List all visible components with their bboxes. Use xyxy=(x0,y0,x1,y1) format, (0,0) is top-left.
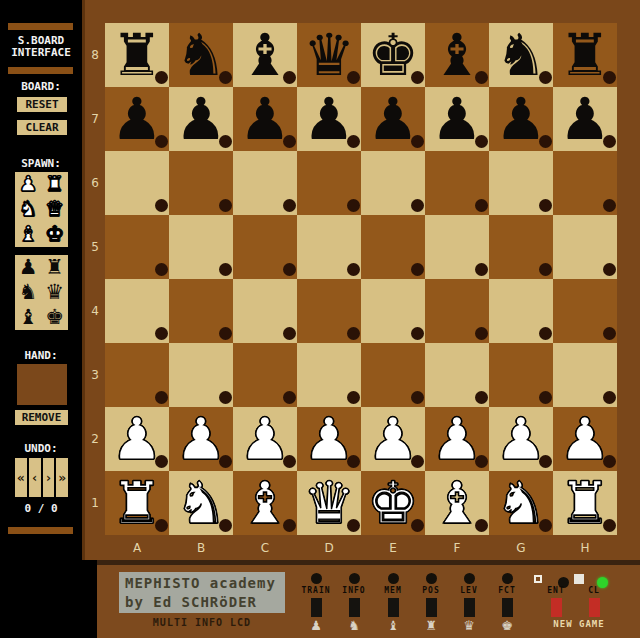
rank-labels: 87654321 xyxy=(85,23,105,535)
square-c2[interactable]: ♟ xyxy=(233,407,297,471)
white-pawn-icon: ♟ xyxy=(19,174,38,195)
mem-key-unit: MEM♝ xyxy=(373,565,413,632)
white-pawn[interactable]: ♟ xyxy=(105,407,169,471)
square-e8[interactable]: ♚ xyxy=(361,23,425,87)
square-f4[interactable] xyxy=(425,279,489,343)
square-e4[interactable] xyxy=(361,279,425,343)
sensor-dot xyxy=(603,199,616,212)
square-c1[interactable]: ♝ xyxy=(233,471,297,535)
square-a8[interactable]: ♜ xyxy=(105,23,169,87)
rank-label-1: 1 xyxy=(85,471,105,535)
white-pawn[interactable]: ♟ xyxy=(297,407,361,471)
info-key-unit: INFO♞ xyxy=(334,565,374,632)
sidebar-divider-bottom xyxy=(8,527,73,534)
square-c3[interactable] xyxy=(233,343,297,407)
info-button[interactable] xyxy=(349,598,360,617)
square-c5[interactable] xyxy=(233,215,297,279)
white-knight-icon: ♞ xyxy=(19,199,38,220)
square-d3[interactable] xyxy=(297,343,361,407)
sensor-dot xyxy=(347,199,360,212)
sensor-dot xyxy=(219,327,232,340)
rank-label-6: 6 xyxy=(85,151,105,215)
white-knight[interactable]: ♞ xyxy=(169,471,233,535)
square-f1[interactable]: ♝ xyxy=(425,471,489,535)
queen-icon: ♛ xyxy=(449,619,489,632)
sensor-dot xyxy=(475,327,488,340)
control-panel: MEPHISTO academy by Ed SCHRöDER MULTI IN… xyxy=(97,560,640,638)
pos-label: POS xyxy=(411,586,451,595)
square-f8[interactable]: ♝ xyxy=(425,23,489,87)
rank-label-2: 2 xyxy=(85,407,105,471)
train-key-unit: TRAIN♟ xyxy=(296,565,336,632)
hand-box xyxy=(17,364,67,405)
fct-label: FCT xyxy=(487,586,527,595)
square-d5[interactable] xyxy=(297,215,361,279)
spawn-white-pawn-button[interactable]: ♟ xyxy=(15,172,42,197)
square-g1[interactable]: ♞ xyxy=(489,471,553,535)
spawn-black-pawn-button[interactable]: ♟ xyxy=(15,255,42,280)
black-pawn[interactable]: ♟ xyxy=(553,87,617,151)
rank-label-3: 3 xyxy=(85,343,105,407)
rook-icon: ♜ xyxy=(411,619,451,632)
black-rook-icon: ♜ xyxy=(45,257,64,278)
sensor-dot xyxy=(155,263,168,276)
square-a5[interactable] xyxy=(105,215,169,279)
sidebar-divider-2 xyxy=(8,67,73,74)
white-pawn[interactable]: ♟ xyxy=(553,407,617,471)
square-h3[interactable] xyxy=(553,343,617,407)
sensor-dot xyxy=(603,263,616,276)
file-label-a: A xyxy=(105,535,169,560)
sensor-dot xyxy=(219,199,232,212)
square-g3[interactable] xyxy=(489,343,553,407)
pos-button[interactable] xyxy=(426,598,437,617)
fct-led xyxy=(502,573,513,584)
square-a1[interactable]: ♜ xyxy=(105,471,169,535)
fct-button[interactable] xyxy=(502,598,513,617)
square-b4[interactable] xyxy=(169,279,233,343)
white-bishop-icon: ♝ xyxy=(19,224,38,245)
spawn-black-knight-button[interactable]: ♞ xyxy=(15,280,42,305)
square-f7[interactable]: ♟ xyxy=(425,87,489,151)
spawn-white-queen-button[interactable]: ♛ xyxy=(42,197,69,222)
square-a3[interactable] xyxy=(105,343,169,407)
undo-button-row: «‹›» xyxy=(15,458,68,497)
spawn-section-label: SPAWN: xyxy=(0,157,82,170)
square-d1[interactable]: ♛ xyxy=(297,471,361,535)
sensor-dot xyxy=(539,263,552,276)
square-b3[interactable] xyxy=(169,343,233,407)
sensor-dot xyxy=(283,263,296,276)
black-pawn[interactable]: ♟ xyxy=(169,87,233,151)
square-b5[interactable] xyxy=(169,215,233,279)
square-g7[interactable]: ♟ xyxy=(489,87,553,151)
rank-label-4: 4 xyxy=(85,279,105,343)
train-button[interactable] xyxy=(311,598,322,617)
square-g8[interactable]: ♞ xyxy=(489,23,553,87)
sensor-dot xyxy=(283,391,296,404)
file-label-c: C xyxy=(233,535,297,560)
square-h7[interactable]: ♟ xyxy=(553,87,617,151)
white-rook[interactable]: ♜ xyxy=(105,471,169,535)
white-rook-icon: ♜ xyxy=(45,174,64,195)
sensor-dot xyxy=(347,263,360,276)
black-queen-icon: ♛ xyxy=(45,282,64,303)
file-label-g: G xyxy=(489,535,553,560)
sensor-dot xyxy=(219,391,232,404)
info-led xyxy=(349,573,360,584)
square-h1[interactable]: ♜ xyxy=(553,471,617,535)
sensor-dot xyxy=(411,263,424,276)
black-queen[interactable]: ♛ xyxy=(297,23,361,87)
square-h6[interactable] xyxy=(553,151,617,215)
white-bishop[interactable]: ♝ xyxy=(233,471,297,535)
square-a7[interactable]: ♟ xyxy=(105,87,169,151)
square-b8[interactable]: ♞ xyxy=(169,23,233,87)
new-game-label: NEW GAME xyxy=(534,619,624,629)
file-label-f: F xyxy=(425,535,489,560)
cl-label: CL xyxy=(574,586,614,595)
sensor-dot xyxy=(475,199,488,212)
black-knight[interactable]: ♞ xyxy=(169,23,233,87)
spawn-black-queen-button[interactable]: ♛ xyxy=(42,280,69,305)
square-e5[interactable] xyxy=(361,215,425,279)
black-pawn[interactable]: ♟ xyxy=(425,87,489,151)
rank-label-8: 8 xyxy=(85,23,105,87)
sensor-dot xyxy=(347,391,360,404)
square-h5[interactable] xyxy=(553,215,617,279)
black-king[interactable]: ♚ xyxy=(361,23,425,87)
file-labels: ABCDEFGH xyxy=(105,535,617,560)
square-f6[interactable] xyxy=(425,151,489,215)
white-pawn[interactable]: ♟ xyxy=(361,407,425,471)
sidebar: S.BOARD INTERFACE BOARD: RESET CLEAR SPA… xyxy=(0,0,82,638)
square-d7[interactable]: ♟ xyxy=(297,87,361,151)
sidebar-divider-top xyxy=(8,23,73,30)
sensor-dot xyxy=(603,327,616,340)
black-bishop[interactable]: ♝ xyxy=(233,23,297,87)
white-king[interactable]: ♚ xyxy=(361,471,425,535)
square-e2[interactable]: ♟ xyxy=(361,407,425,471)
square-g5[interactable] xyxy=(489,215,553,279)
square-b7[interactable]: ♟ xyxy=(169,87,233,151)
remove-button[interactable]: REMOVE xyxy=(15,410,68,425)
lev-led xyxy=(464,573,475,584)
square-d6[interactable] xyxy=(297,151,361,215)
square-b1[interactable]: ♞ xyxy=(169,471,233,535)
sensor-dot xyxy=(411,199,424,212)
undo-all-button[interactable]: « xyxy=(15,458,27,497)
undo-one-button[interactable]: ‹ xyxy=(29,458,41,497)
hand-section-label: HAND: xyxy=(0,349,82,362)
black-pawn[interactable]: ♟ xyxy=(297,87,361,151)
square-d4[interactable] xyxy=(297,279,361,343)
white-square-filled-icon xyxy=(574,574,584,584)
black-pawn[interactable]: ♟ xyxy=(489,87,553,151)
pawn-icon: ♟ xyxy=(296,619,336,632)
reset-button[interactable]: RESET xyxy=(17,97,67,112)
black-rook[interactable]: ♜ xyxy=(553,23,617,87)
white-knight[interactable]: ♞ xyxy=(489,471,553,535)
spawn-white-king-button[interactable]: ♚ xyxy=(42,222,69,247)
square-a6[interactable] xyxy=(105,151,169,215)
fct-key-unit: FCT♚ xyxy=(487,565,527,632)
redo-all-button[interactable]: » xyxy=(56,458,68,497)
sensor-dot xyxy=(411,391,424,404)
pos-key-unit: POS♜ xyxy=(411,565,451,632)
black-rook[interactable]: ♜ xyxy=(105,23,169,87)
spawn-white-bishop-button[interactable]: ♝ xyxy=(15,222,42,247)
ent-key-unit: ENT xyxy=(534,565,578,617)
square-c6[interactable] xyxy=(233,151,297,215)
sensor-dot xyxy=(539,327,552,340)
lcd-line1: MEPHISTO academy xyxy=(125,574,279,593)
square-c4[interactable] xyxy=(233,279,297,343)
rank-label-5: 5 xyxy=(85,215,105,279)
black-knight-icon: ♞ xyxy=(19,282,38,303)
square-a4[interactable] xyxy=(105,279,169,343)
spawn-black-rook-button[interactable]: ♜ xyxy=(42,255,69,280)
file-label-d: D xyxy=(297,535,361,560)
sensor-dot xyxy=(539,199,552,212)
board-frame: 87654321 ♜♞♝♛♚♝♞♜♟♟♟♟♟♟♟♟♟♟♟♟♟♟♟♟♜♞♝♛♚♝♞… xyxy=(82,0,640,560)
square-h8[interactable]: ♜ xyxy=(553,23,617,87)
square-g2[interactable]: ♟ xyxy=(489,407,553,471)
board-section-label: BOARD: xyxy=(0,80,82,93)
mem-led xyxy=(388,573,399,584)
white-square-outline-icon xyxy=(534,575,542,583)
undo-counter: 0 / 0 xyxy=(0,502,82,515)
spawn-panel-black: ♟♜♞♛♝♚ xyxy=(15,255,68,330)
file-label-e: E xyxy=(361,535,425,560)
square-e7[interactable]: ♟ xyxy=(361,87,425,151)
sensor-dot xyxy=(155,327,168,340)
square-d2[interactable]: ♟ xyxy=(297,407,361,471)
square-b6[interactable] xyxy=(169,151,233,215)
square-f2[interactable]: ♟ xyxy=(425,407,489,471)
spawn-panel-white: ♟♜♞♛♝♚ xyxy=(15,172,68,247)
pos-led xyxy=(426,573,437,584)
square-g4[interactable] xyxy=(489,279,553,343)
white-pawn[interactable]: ♟ xyxy=(233,407,297,471)
sensor-dot xyxy=(603,391,616,404)
sensor-dot xyxy=(347,327,360,340)
black-pawn[interactable]: ♟ xyxy=(105,87,169,151)
sensor-dot xyxy=(283,327,296,340)
file-label-b: B xyxy=(169,535,233,560)
white-bishop[interactable]: ♝ xyxy=(425,471,489,535)
square-g6[interactable] xyxy=(489,151,553,215)
square-d8[interactable]: ♛ xyxy=(297,23,361,87)
train-led xyxy=(311,573,322,584)
sensor-dot xyxy=(411,327,424,340)
black-pawn[interactable]: ♟ xyxy=(233,87,297,151)
sensor-dot xyxy=(219,263,232,276)
lev-button[interactable] xyxy=(464,598,475,617)
white-pawn[interactable]: ♟ xyxy=(489,407,553,471)
redo-one-button[interactable]: › xyxy=(43,458,55,497)
sidebar-title-line2: INTERFACE xyxy=(0,46,82,59)
bishop-icon: ♝ xyxy=(373,619,413,632)
ent-label: ENT xyxy=(534,586,578,595)
square-b2[interactable]: ♟ xyxy=(169,407,233,471)
mem-label: MEM xyxy=(373,586,413,595)
sensor-dot xyxy=(283,199,296,212)
train-label: TRAIN xyxy=(296,586,336,595)
square-c8[interactable]: ♝ xyxy=(233,23,297,87)
black-knight[interactable]: ♞ xyxy=(489,23,553,87)
clear-button[interactable]: CLEAR xyxy=(17,120,67,135)
ent-button[interactable] xyxy=(551,598,562,617)
chess-board: ♜♞♝♛♚♝♞♜♟♟♟♟♟♟♟♟♟♟♟♟♟♟♟♟♜♞♝♛♚♝♞♜ xyxy=(105,23,617,535)
square-h4[interactable] xyxy=(553,279,617,343)
file-label-h: H xyxy=(553,535,617,560)
square-e6[interactable] xyxy=(361,151,425,215)
info-label: INFO xyxy=(334,586,374,595)
spawn-white-rook-button[interactable]: ♜ xyxy=(42,172,69,197)
spawn-white-knight-button[interactable]: ♞ xyxy=(15,197,42,222)
square-f5[interactable] xyxy=(425,215,489,279)
sensor-dot xyxy=(475,391,488,404)
black-pawn[interactable]: ♟ xyxy=(361,87,425,151)
king-icon: ♚ xyxy=(487,619,527,632)
lcd-caption: MULTI INFO LCD xyxy=(119,617,285,628)
sensor-dot xyxy=(475,263,488,276)
black-bishop-icon: ♝ xyxy=(19,307,38,328)
lev-label: LEV xyxy=(449,586,489,595)
undo-section-label: UNDO: xyxy=(0,442,82,455)
cl-button[interactable] xyxy=(589,598,600,617)
square-h2[interactable]: ♟ xyxy=(553,407,617,471)
white-pawn[interactable]: ♟ xyxy=(169,407,233,471)
square-f3[interactable] xyxy=(425,343,489,407)
black-pawn-icon: ♟ xyxy=(19,257,38,278)
spawn-black-king-button[interactable]: ♚ xyxy=(42,305,69,330)
square-e3[interactable] xyxy=(361,343,425,407)
white-pawn[interactable]: ♟ xyxy=(425,407,489,471)
square-e1[interactable]: ♚ xyxy=(361,471,425,535)
rank-label-7: 7 xyxy=(85,87,105,151)
white-king-icon: ♚ xyxy=(45,224,64,245)
white-rook[interactable]: ♜ xyxy=(553,471,617,535)
square-c7[interactable]: ♟ xyxy=(233,87,297,151)
lev-key-unit: LEV♛ xyxy=(449,565,489,632)
square-a2[interactable]: ♟ xyxy=(105,407,169,471)
lcd-display: MEPHISTO academy by Ed SCHRöDER xyxy=(119,572,285,613)
lcd-line2: by Ed SCHRöDER xyxy=(125,593,279,612)
white-queen-icon: ♛ xyxy=(45,199,64,220)
sensor-dot xyxy=(155,391,168,404)
white-queen[interactable]: ♛ xyxy=(297,471,361,535)
cl-key-unit: CL xyxy=(574,565,614,617)
mem-button[interactable] xyxy=(388,598,399,617)
sensor-dot xyxy=(155,199,168,212)
black-king-icon: ♚ xyxy=(45,307,64,328)
black-bishop[interactable]: ♝ xyxy=(425,23,489,87)
knight-icon: ♞ xyxy=(334,619,374,632)
spawn-black-bishop-button[interactable]: ♝ xyxy=(15,305,42,330)
sensor-dot xyxy=(539,391,552,404)
